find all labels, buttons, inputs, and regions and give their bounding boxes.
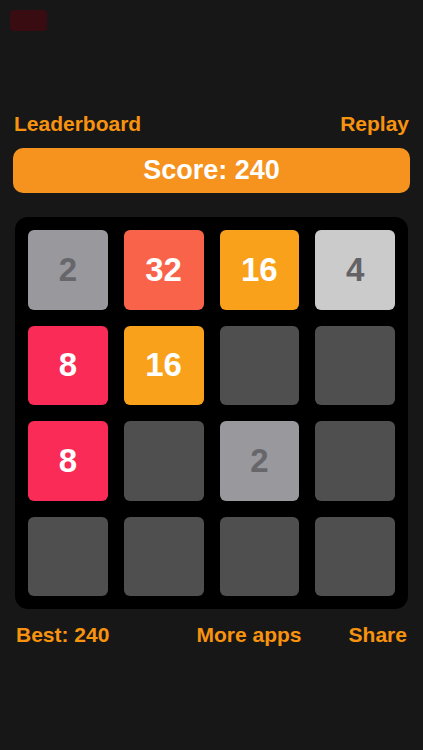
tile-r2c2: 16 <box>124 326 204 406</box>
share-button[interactable]: Share <box>349 621 407 649</box>
tile-r2c4 <box>315 326 395 406</box>
leaderboard-button[interactable]: Leaderboard <box>14 110 141 138</box>
tile-r1c2: 32 <box>124 230 204 310</box>
tile-r1c3: 16 <box>220 230 300 310</box>
game-board[interactable]: 23216481682 <box>15 217 408 609</box>
tile-r1c1: 2 <box>28 230 108 310</box>
tile-r1c4: 4 <box>315 230 395 310</box>
footer-bar: Best: 240 More apps Share <box>0 620 423 650</box>
tile-r3c4 <box>315 421 395 501</box>
score-text: Score: 240 <box>143 155 280 186</box>
replay-button[interactable]: Replay <box>340 110 409 138</box>
tile-r2c1: 8 <box>28 326 108 406</box>
tile-r3c2 <box>124 421 204 501</box>
top-bar: Leaderboard Replay <box>0 110 423 138</box>
app-screen: Leaderboard Replay Score: 240 2321648168… <box>0 0 423 750</box>
best-score-label: Best: 240 <box>16 621 109 649</box>
tile-r4c2 <box>124 517 204 597</box>
tile-r3c3: 2 <box>220 421 300 501</box>
tile-r2c3 <box>220 326 300 406</box>
tile-r4c3 <box>220 517 300 597</box>
score-bar: Score: 240 <box>13 148 410 193</box>
tile-r3c1: 8 <box>28 421 108 501</box>
more-apps-button[interactable]: More apps <box>196 621 301 649</box>
tile-r4c1 <box>28 517 108 597</box>
status-indicator <box>10 10 47 31</box>
tile-r4c4 <box>315 517 395 597</box>
